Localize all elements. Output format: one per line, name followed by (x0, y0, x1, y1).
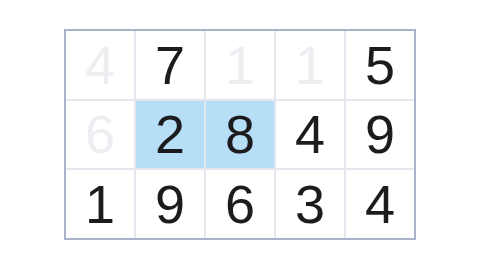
cell-r3c2[interactable]: 9 (136, 170, 204, 238)
cell-r2c1: 6 (66, 101, 134, 169)
cell-r1c4: 1 (276, 31, 344, 99)
cell-r1c2[interactable]: 7 (136, 31, 204, 99)
cell-r2c5[interactable]: 9 (346, 101, 414, 169)
cell-r3c5[interactable]: 4 (346, 170, 414, 238)
cell-r1c1: 4 (66, 31, 134, 99)
cell-r3c3[interactable]: 6 (206, 170, 274, 238)
board-grid: 471156284919634 (66, 31, 414, 238)
cell-r1c3: 1 (206, 31, 274, 99)
cell-r3c1[interactable]: 1 (66, 170, 134, 238)
cell-r1c5[interactable]: 5 (346, 31, 414, 99)
number-match-board: 471156284919634 (64, 29, 416, 240)
cell-r2c3[interactable]: 8 (206, 101, 274, 169)
cell-r2c2[interactable]: 2 (136, 101, 204, 169)
puzzle-stage: 471156284919634 (0, 0, 480, 270)
cell-r2c4[interactable]: 4 (276, 101, 344, 169)
cell-r3c4[interactable]: 3 (276, 170, 344, 238)
